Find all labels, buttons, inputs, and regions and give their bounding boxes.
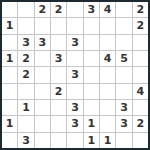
empty-cell-r5c7[interactable] <box>100 67 115 82</box>
empty-cell-r3c8[interactable] <box>116 35 131 50</box>
empty-cell-r9c9[interactable] <box>133 133 148 148</box>
empty-cell-r6c8[interactable] <box>116 84 131 99</box>
clue-cell-r9c2: 3 <box>18 133 33 148</box>
clue-cell-r8c6: 1 <box>84 116 99 131</box>
empty-cell-r2c7[interactable] <box>100 18 115 33</box>
empty-cell-r1c5[interactable] <box>67 2 82 17</box>
empty-cell-r6c2[interactable] <box>18 84 33 99</box>
empty-cell-r1c2[interactable] <box>18 2 33 17</box>
clue-cell-r8c8: 3 <box>116 116 131 131</box>
clue-cell-r1c4: 2 <box>51 2 66 17</box>
empty-cell-r4c3[interactable] <box>35 51 50 66</box>
clue-cell-r1c3: 2 <box>35 2 50 17</box>
clue-cell-r1c9: 2 <box>133 2 148 17</box>
empty-cell-r5c8[interactable] <box>116 67 131 82</box>
empty-cell-r3c4[interactable] <box>51 35 66 50</box>
clue-cell-r3c5: 3 <box>67 35 82 50</box>
clue-cell-r2c9: 2 <box>133 18 148 33</box>
empty-cell-r4c9[interactable] <box>133 51 148 66</box>
clue-cell-r8c9: 2 <box>133 116 148 131</box>
empty-cell-r1c1[interactable] <box>2 2 17 17</box>
clue-cell-r1c6: 3 <box>84 2 99 17</box>
empty-cell-r3c6[interactable] <box>84 35 99 50</box>
clue-cell-r9c7: 1 <box>100 133 115 148</box>
clue-cell-r3c3: 3 <box>35 35 50 50</box>
empty-cell-r5c4[interactable] <box>51 67 66 82</box>
empty-cell-r6c1[interactable] <box>2 84 17 99</box>
clue-cell-r7c5: 3 <box>67 100 82 115</box>
empty-cell-r7c6[interactable] <box>84 100 99 115</box>
clue-cell-r8c5: 3 <box>67 116 82 131</box>
clue-cell-r5c2: 2 <box>18 67 33 82</box>
empty-cell-r7c3[interactable] <box>35 100 50 115</box>
empty-cell-r4c5[interactable] <box>67 51 82 66</box>
clue-cell-r2c1: 1 <box>2 18 17 33</box>
empty-cell-r3c1[interactable] <box>2 35 17 50</box>
empty-cell-r5c1[interactable] <box>2 67 17 82</box>
empty-cell-r2c5[interactable] <box>67 18 82 33</box>
empty-cell-r9c1[interactable] <box>2 133 17 148</box>
puzzle-board: 223421233312345232413313132311 <box>0 0 150 150</box>
empty-cell-r5c9[interactable] <box>133 67 148 82</box>
empty-cell-r2c6[interactable] <box>84 18 99 33</box>
empty-cell-r3c7[interactable] <box>100 35 115 50</box>
empty-cell-r3c9[interactable] <box>133 35 148 50</box>
empty-cell-r8c4[interactable] <box>51 116 66 131</box>
empty-cell-r7c7[interactable] <box>100 100 115 115</box>
empty-cell-r7c9[interactable] <box>133 100 148 115</box>
clue-cell-r5c5: 3 <box>67 67 82 82</box>
empty-cell-r6c3[interactable] <box>35 84 50 99</box>
empty-cell-r2c8[interactable] <box>116 18 131 33</box>
empty-cell-r7c1[interactable] <box>2 100 17 115</box>
clue-cell-r7c2: 1 <box>18 100 33 115</box>
empty-cell-r5c6[interactable] <box>84 67 99 82</box>
empty-cell-r1c8[interactable] <box>116 2 131 17</box>
empty-cell-r2c4[interactable] <box>51 18 66 33</box>
empty-cell-r9c3[interactable] <box>35 133 50 148</box>
clue-cell-r7c8: 3 <box>116 100 131 115</box>
empty-cell-r9c8[interactable] <box>116 133 131 148</box>
clue-cell-r4c1: 1 <box>2 51 17 66</box>
clue-cell-r4c8: 5 <box>116 51 131 66</box>
empty-cell-r7c4[interactable] <box>51 100 66 115</box>
empty-cell-r8c2[interactable] <box>18 116 33 131</box>
empty-cell-r4c6[interactable] <box>84 51 99 66</box>
clue-cell-r6c4: 2 <box>51 84 66 99</box>
empty-cell-r2c2[interactable] <box>18 18 33 33</box>
clue-cell-r6c9: 4 <box>133 84 148 99</box>
empty-cell-r8c7[interactable] <box>100 116 115 131</box>
empty-cell-r2c3[interactable] <box>35 18 50 33</box>
empty-cell-r6c6[interactable] <box>84 84 99 99</box>
clue-cell-r4c4: 3 <box>51 51 66 66</box>
empty-cell-r8c3[interactable] <box>35 116 50 131</box>
clue-cell-r4c2: 2 <box>18 51 33 66</box>
empty-cell-r6c7[interactable] <box>100 84 115 99</box>
empty-cell-r6c5[interactable] <box>67 84 82 99</box>
clue-cell-r4c7: 4 <box>100 51 115 66</box>
empty-cell-r9c5[interactable] <box>67 133 82 148</box>
clue-cell-r3c2: 3 <box>18 35 33 50</box>
clue-cell-r9c6: 1 <box>84 133 99 148</box>
empty-cell-r5c3[interactable] <box>35 67 50 82</box>
clue-cell-r1c7: 4 <box>100 2 115 17</box>
clue-cell-r8c1: 1 <box>2 116 17 131</box>
empty-cell-r9c4[interactable] <box>51 133 66 148</box>
